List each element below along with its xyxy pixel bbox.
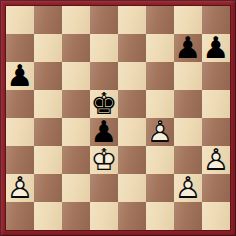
square-h1[interactable] <box>202 202 230 230</box>
square-b6[interactable] <box>34 62 62 90</box>
square-g3[interactable] <box>174 146 202 174</box>
square-h2[interactable] <box>202 174 230 202</box>
square-d5[interactable]: ♚ <box>90 90 118 118</box>
square-a7[interactable] <box>6 34 34 62</box>
square-e4[interactable] <box>118 118 146 146</box>
square-d1[interactable] <box>90 202 118 230</box>
square-g4[interactable] <box>174 118 202 146</box>
square-f5[interactable] <box>146 90 174 118</box>
chess-board: ♟♟♟♚♟♟♙♚♔♟♙♟♙♟♙ <box>6 6 230 230</box>
square-b3[interactable] <box>34 146 62 174</box>
square-e6[interactable] <box>118 62 146 90</box>
white-pawn-piece: ♟♙ <box>174 174 202 202</box>
square-d3[interactable]: ♚♔ <box>90 146 118 174</box>
square-g2[interactable]: ♟♙ <box>174 174 202 202</box>
square-a6[interactable]: ♟ <box>6 62 34 90</box>
square-d4[interactable]: ♟ <box>90 118 118 146</box>
square-c5[interactable] <box>62 90 90 118</box>
square-f7[interactable] <box>146 34 174 62</box>
square-b2[interactable] <box>34 174 62 202</box>
square-c3[interactable] <box>62 146 90 174</box>
square-a1[interactable] <box>6 202 34 230</box>
square-f3[interactable] <box>146 146 174 174</box>
black-pawn-piece: ♟ <box>174 34 202 62</box>
square-a2[interactable]: ♟♙ <box>6 174 34 202</box>
square-d7[interactable] <box>90 34 118 62</box>
square-e7[interactable] <box>118 34 146 62</box>
square-h7[interactable]: ♟ <box>202 34 230 62</box>
square-a8[interactable] <box>6 6 34 34</box>
square-f8[interactable] <box>146 6 174 34</box>
square-h5[interactable] <box>202 90 230 118</box>
square-b4[interactable] <box>34 118 62 146</box>
square-h6[interactable] <box>202 62 230 90</box>
square-b1[interactable] <box>34 202 62 230</box>
square-d6[interactable] <box>90 62 118 90</box>
square-g6[interactable] <box>174 62 202 90</box>
square-g8[interactable] <box>174 6 202 34</box>
square-d2[interactable] <box>90 174 118 202</box>
white-pawn-piece: ♟♙ <box>202 146 230 174</box>
square-e2[interactable] <box>118 174 146 202</box>
white-pawn-piece: ♟♙ <box>6 174 34 202</box>
square-e5[interactable] <box>118 90 146 118</box>
black-pawn-piece: ♟ <box>90 118 118 146</box>
square-a4[interactable] <box>6 118 34 146</box>
square-e8[interactable] <box>118 6 146 34</box>
square-f2[interactable] <box>146 174 174 202</box>
square-a3[interactable] <box>6 146 34 174</box>
square-b7[interactable] <box>34 34 62 62</box>
square-f6[interactable] <box>146 62 174 90</box>
square-h8[interactable] <box>202 6 230 34</box>
square-b5[interactable] <box>34 90 62 118</box>
square-g7[interactable]: ♟ <box>174 34 202 62</box>
square-a5[interactable] <box>6 90 34 118</box>
square-e1[interactable] <box>118 202 146 230</box>
black-pawn-piece: ♟ <box>6 62 34 90</box>
black-pawn-piece: ♟ <box>202 34 230 62</box>
square-f1[interactable] <box>146 202 174 230</box>
square-h4[interactable] <box>202 118 230 146</box>
square-c1[interactable] <box>62 202 90 230</box>
square-g5[interactable] <box>174 90 202 118</box>
square-c7[interactable] <box>62 34 90 62</box>
square-c8[interactable] <box>62 6 90 34</box>
chess-diagram: ♟♟♟♚♟♟♙♚♔♟♙♟♙♟♙ <box>0 0 236 236</box>
white-king-piece: ♚♔ <box>90 146 118 174</box>
square-e3[interactable] <box>118 146 146 174</box>
white-pawn-piece: ♟♙ <box>146 118 174 146</box>
square-b8[interactable] <box>34 6 62 34</box>
square-c2[interactable] <box>62 174 90 202</box>
square-h3[interactable]: ♟♙ <box>202 146 230 174</box>
square-d8[interactable] <box>90 6 118 34</box>
black-king-piece: ♚ <box>90 90 118 118</box>
square-c6[interactable] <box>62 62 90 90</box>
square-f4[interactable]: ♟♙ <box>146 118 174 146</box>
square-g1[interactable] <box>174 202 202 230</box>
square-c4[interactable] <box>62 118 90 146</box>
